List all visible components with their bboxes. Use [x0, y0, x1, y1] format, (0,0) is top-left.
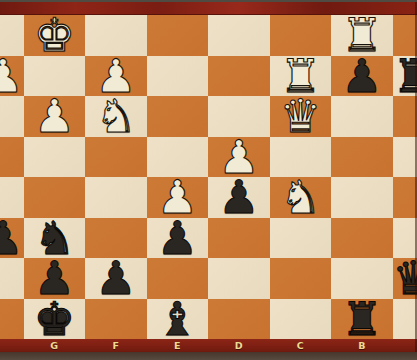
square-d5[interactable]: ♟ [208, 177, 270, 218]
square-b4[interactable] [331, 137, 393, 178]
square-h2[interactable]: ♟ [0, 56, 24, 97]
square-a8[interactable] [393, 299, 417, 340]
white-knight[interactable]: ♞ [280, 177, 321, 217]
square-d1[interactable] [208, 15, 270, 56]
square-b8[interactable]: ♜ [331, 299, 393, 340]
square-f3[interactable]: ♞ [85, 96, 147, 137]
square-c7[interactable] [270, 258, 332, 299]
black-king[interactable]: ♚ [34, 299, 75, 339]
square-a5[interactable] [393, 177, 417, 218]
square-c3[interactable]: ♛ [270, 96, 332, 137]
square-h8[interactable] [0, 299, 24, 340]
file-label-c: C [270, 339, 332, 352]
square-b2[interactable]: ♟ [331, 56, 393, 97]
file-label-d: D [208, 339, 270, 352]
file-label-e: E [147, 339, 209, 352]
black-queen[interactable]: ♛ [393, 258, 417, 298]
square-e1[interactable] [147, 15, 209, 56]
square-a4[interactable] [393, 137, 417, 178]
file-label-clipped [0, 339, 24, 352]
square-f5[interactable] [85, 177, 147, 218]
white-king[interactable]: ♚ [34, 15, 75, 55]
square-d2[interactable] [208, 56, 270, 97]
square-f8[interactable] [85, 299, 147, 340]
white-queen[interactable]: ♛ [280, 96, 321, 136]
white-pawn[interactable]: ♟ [34, 96, 75, 136]
file-label-clipped [393, 339, 417, 352]
black-rook[interactable]: ♜ [341, 299, 382, 339]
square-a2[interactable]: ♜ [393, 56, 417, 97]
black-rook[interactable]: ♜ [393, 56, 417, 96]
square-h6[interactable]: ♟ [0, 218, 24, 259]
black-bishop[interactable]: ♝ [157, 299, 198, 339]
chess-app-window: ♚♜♟♟♜♟♜♟♞♛♟♟♟♞♟♞♟♟♟♛♚♝♜ GFEDCB [0, 0, 417, 360]
square-b5[interactable] [331, 177, 393, 218]
square-h4[interactable] [0, 137, 24, 178]
file-label-b: B [331, 339, 393, 352]
square-g1[interactable]: ♚ [24, 15, 86, 56]
square-e8[interactable]: ♝ [147, 299, 209, 340]
chess-board: ♚♜♟♟♜♟♜♟♞♛♟♟♟♞♟♞♟♟♟♛♚♝♜ [0, 15, 417, 339]
file-labels-strip: GFEDCB [0, 339, 417, 352]
square-e2[interactable] [147, 56, 209, 97]
square-f4[interactable] [85, 137, 147, 178]
black-pawn[interactable]: ♟ [218, 177, 259, 217]
square-b3[interactable] [331, 96, 393, 137]
square-c6[interactable] [270, 218, 332, 259]
window-bottom-bar [0, 352, 417, 360]
black-pawn[interactable]: ♟ [95, 258, 136, 298]
square-a7[interactable]: ♛ [393, 258, 417, 299]
square-c8[interactable] [270, 299, 332, 340]
square-e6[interactable]: ♟ [147, 218, 209, 259]
square-d8[interactable] [208, 299, 270, 340]
file-label-g: G [24, 339, 86, 352]
square-h3[interactable] [0, 96, 24, 137]
file-label-f: F [85, 339, 147, 352]
black-pawn[interactable]: ♟ [341, 56, 382, 96]
black-pawn[interactable]: ♟ [157, 218, 198, 258]
white-pawn[interactable]: ♟ [0, 56, 24, 96]
square-e3[interactable] [147, 96, 209, 137]
square-d7[interactable] [208, 258, 270, 299]
black-pawn[interactable]: ♟ [0, 218, 24, 258]
square-g8[interactable]: ♚ [24, 299, 86, 340]
white-knight[interactable]: ♞ [95, 96, 136, 136]
square-b6[interactable] [331, 218, 393, 259]
square-g4[interactable] [24, 137, 86, 178]
square-a3[interactable] [393, 96, 417, 137]
square-c5[interactable]: ♞ [270, 177, 332, 218]
square-g3[interactable]: ♟ [24, 96, 86, 137]
square-f7[interactable]: ♟ [85, 258, 147, 299]
square-h7[interactable] [0, 258, 24, 299]
square-d6[interactable] [208, 218, 270, 259]
